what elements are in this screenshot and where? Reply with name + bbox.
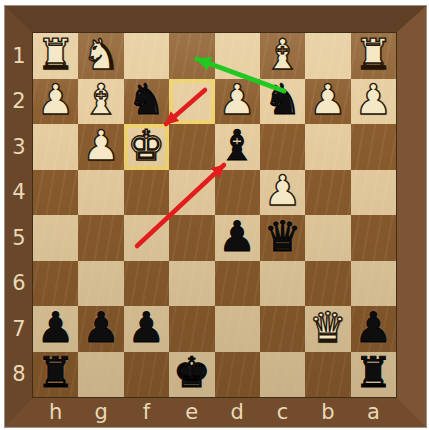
square-e6[interactable] xyxy=(169,261,214,307)
chess-board: ♜♞♝♜♟♝♞♟♞♟♟♟♚♝♟♟♛♟♟♟♛♟♜♚♜ xyxy=(33,33,396,397)
square-e8[interactable]: ♚ xyxy=(169,352,214,398)
square-f8[interactable] xyxy=(124,352,169,398)
black-pawn-g7[interactable]: ♟ xyxy=(82,307,120,349)
square-e4[interactable] xyxy=(169,170,214,216)
square-h2[interactable]: ♟ xyxy=(33,79,78,125)
square-c4[interactable]: ♟ xyxy=(260,170,305,216)
black-pawn-d5[interactable]: ♟ xyxy=(218,216,256,258)
white-bishop-c1[interactable]: ♝ xyxy=(264,34,302,76)
chess-app: ♜♞♝♜♟♝♞♟♞♟♟♟♚♝♟♟♛♟♟♟♛♟♜♚♜ 12345678 hgfed… xyxy=(0,0,429,430)
white-rook-a1[interactable]: ♜ xyxy=(354,34,392,76)
black-pawn-a7[interactable]: ♟ xyxy=(354,307,392,349)
square-f2[interactable]: ♞ xyxy=(124,79,169,125)
black-knight-c2[interactable]: ♞ xyxy=(264,79,302,121)
white-bishop-g2[interactable]: ♝ xyxy=(82,79,120,121)
square-c2[interactable]: ♞ xyxy=(260,79,305,125)
square-e5[interactable] xyxy=(169,215,214,261)
square-b4[interactable] xyxy=(305,170,350,216)
square-b6[interactable] xyxy=(305,261,350,307)
square-a4[interactable] xyxy=(351,170,396,216)
square-f7[interactable]: ♟ xyxy=(124,306,169,352)
square-f1[interactable] xyxy=(124,33,169,79)
square-b7[interactable]: ♛ xyxy=(305,306,350,352)
black-pawn-h7[interactable]: ♟ xyxy=(37,307,75,349)
white-pawn-g3[interactable]: ♟ xyxy=(82,125,120,167)
black-rook-a8[interactable]: ♜ xyxy=(354,352,392,394)
square-e2[interactable] xyxy=(169,79,214,125)
square-c5[interactable]: ♛ xyxy=(260,215,305,261)
square-g1[interactable]: ♞ xyxy=(78,33,123,79)
square-c6[interactable] xyxy=(260,261,305,307)
square-a2[interactable]: ♟ xyxy=(351,79,396,125)
black-rook-h8[interactable]: ♜ xyxy=(37,352,75,394)
square-a6[interactable] xyxy=(351,261,396,307)
square-h7[interactable]: ♟ xyxy=(33,306,78,352)
square-h1[interactable]: ♜ xyxy=(33,33,78,79)
square-a7[interactable]: ♟ xyxy=(351,306,396,352)
black-pawn-f7[interactable]: ♟ xyxy=(128,307,166,349)
white-pawn-d2[interactable]: ♟ xyxy=(218,79,256,121)
white-pawn-h2[interactable]: ♟ xyxy=(37,79,75,121)
white-king-f3[interactable]: ♚ xyxy=(128,125,166,167)
square-f4[interactable] xyxy=(124,170,169,216)
square-g4[interactable] xyxy=(78,170,123,216)
square-f5[interactable] xyxy=(124,215,169,261)
square-h3[interactable] xyxy=(33,124,78,170)
black-knight-f2[interactable]: ♞ xyxy=(128,79,166,121)
square-d2[interactable]: ♟ xyxy=(215,79,260,125)
square-g3[interactable]: ♟ xyxy=(78,124,123,170)
square-h6[interactable] xyxy=(33,261,78,307)
white-queen-b7[interactable]: ♛ xyxy=(309,307,347,349)
square-g6[interactable] xyxy=(78,261,123,307)
square-f6[interactable] xyxy=(124,261,169,307)
square-a1[interactable]: ♜ xyxy=(351,33,396,79)
square-d8[interactable] xyxy=(215,352,260,398)
square-g7[interactable]: ♟ xyxy=(78,306,123,352)
square-d7[interactable] xyxy=(215,306,260,352)
square-d6[interactable] xyxy=(215,261,260,307)
square-f3[interactable]: ♚ xyxy=(124,124,169,170)
square-e1[interactable] xyxy=(169,33,214,79)
square-a5[interactable] xyxy=(351,215,396,261)
square-h4[interactable] xyxy=(33,170,78,216)
square-c8[interactable] xyxy=(260,352,305,398)
square-e7[interactable] xyxy=(169,306,214,352)
square-g5[interactable] xyxy=(78,215,123,261)
square-b1[interactable] xyxy=(305,33,350,79)
white-pawn-c4[interactable]: ♟ xyxy=(264,170,302,212)
square-b2[interactable]: ♟ xyxy=(305,79,350,125)
square-b3[interactable] xyxy=(305,124,350,170)
square-h8[interactable]: ♜ xyxy=(33,352,78,398)
square-c7[interactable] xyxy=(260,306,305,352)
black-queen-c5[interactable]: ♛ xyxy=(264,216,302,258)
square-c3[interactable] xyxy=(260,124,305,170)
square-b5[interactable] xyxy=(305,215,350,261)
square-d5[interactable]: ♟ xyxy=(215,215,260,261)
square-g2[interactable]: ♝ xyxy=(78,79,123,125)
white-pawn-a2[interactable]: ♟ xyxy=(354,79,392,121)
black-king-e8[interactable]: ♚ xyxy=(173,352,211,394)
square-c1[interactable]: ♝ xyxy=(260,33,305,79)
white-pawn-b2[interactable]: ♟ xyxy=(309,79,347,121)
square-h5[interactable] xyxy=(33,215,78,261)
square-a8[interactable]: ♜ xyxy=(351,352,396,398)
square-e3[interactable] xyxy=(169,124,214,170)
square-d3[interactable]: ♝ xyxy=(215,124,260,170)
black-bishop-d3[interactable]: ♝ xyxy=(218,125,256,167)
square-d1[interactable] xyxy=(215,33,260,79)
square-g8[interactable] xyxy=(78,352,123,398)
square-d4[interactable] xyxy=(215,170,260,216)
white-rook-h1[interactable]: ♜ xyxy=(37,34,75,76)
square-b8[interactable] xyxy=(305,352,350,398)
white-knight-g1[interactable]: ♞ xyxy=(82,34,120,76)
square-a3[interactable] xyxy=(351,124,396,170)
